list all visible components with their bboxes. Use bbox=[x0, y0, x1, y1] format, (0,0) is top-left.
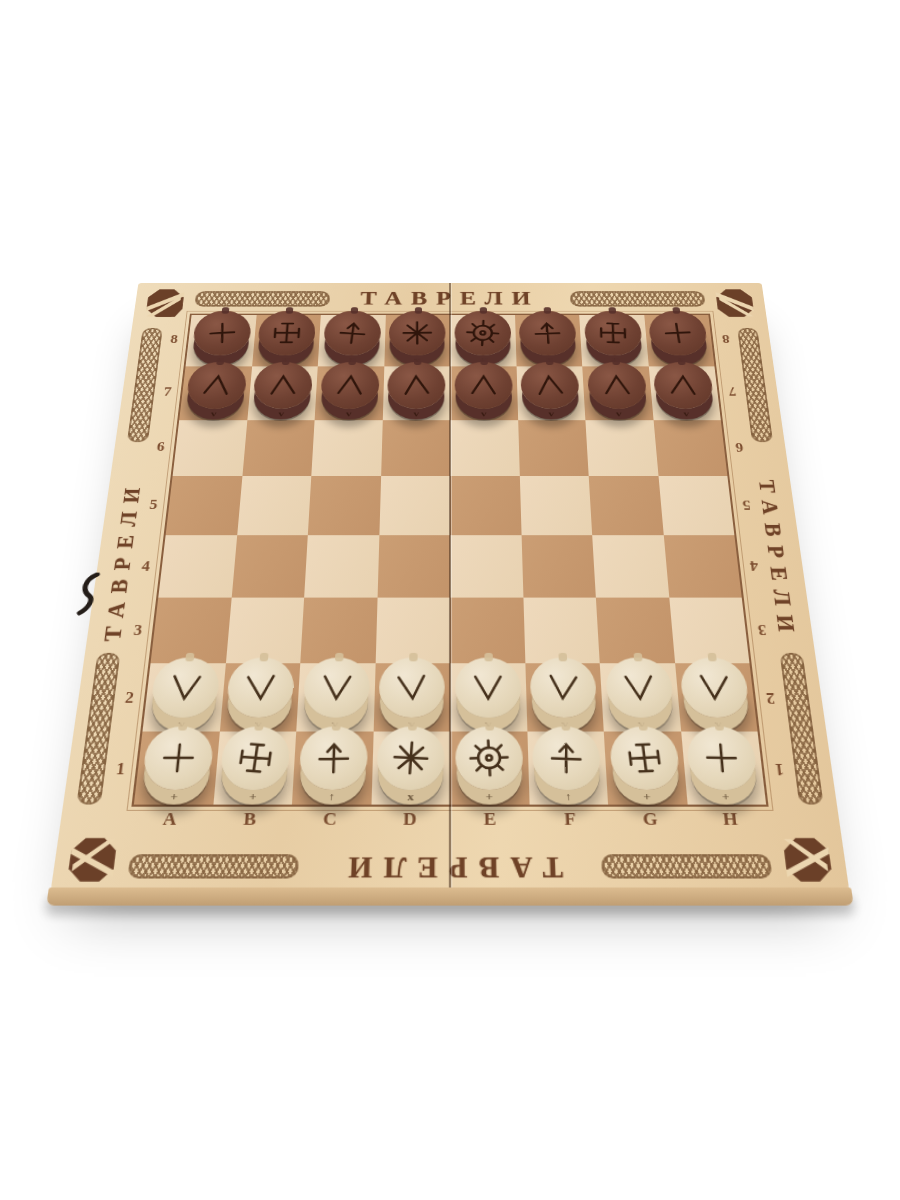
piece-light-chevron-c2[interactable]: v bbox=[302, 657, 370, 717]
file-label-H: H bbox=[689, 809, 772, 837]
square-h6[interactable] bbox=[653, 420, 727, 476]
corner-knot-icon bbox=[779, 835, 838, 886]
chevron-symbol-icon bbox=[314, 668, 358, 707]
side-engraving: x bbox=[407, 791, 414, 804]
eight-ray-star-symbol-icon bbox=[399, 319, 436, 348]
side-engraving: + bbox=[249, 791, 258, 804]
piece-light-chevron-d2[interactable]: v bbox=[379, 657, 445, 717]
piece-light-chevron-f2[interactable]: v bbox=[530, 657, 598, 717]
rank-label-1: 1 bbox=[105, 733, 136, 806]
piece-light-arrow-cross-c1[interactable]: ↑ bbox=[298, 726, 368, 789]
file-label-D: D bbox=[369, 809, 450, 837]
hinge-seam bbox=[449, 283, 451, 906]
cross-symbol-icon bbox=[698, 737, 746, 778]
tavreli-board[interactable]: ТАВРЕЛИ ТАВРЕЛИ ТАВРЕЛИ ТАВРЕЛИ 87654321… bbox=[51, 283, 849, 890]
square-d6[interactable] bbox=[381, 420, 450, 476]
file-label-B: B bbox=[208, 809, 290, 837]
arrow-cross-symbol-icon bbox=[544, 737, 589, 778]
cross-potent-symbol-icon bbox=[232, 737, 278, 778]
square-c5[interactable] bbox=[308, 476, 381, 535]
cross-symbol-icon bbox=[658, 319, 697, 348]
square-c7[interactable]: v bbox=[315, 366, 384, 420]
square-a4[interactable] bbox=[158, 535, 236, 597]
side-engraving: + bbox=[170, 791, 179, 804]
square-f4[interactable] bbox=[521, 535, 596, 597]
file-label-G: G bbox=[609, 809, 691, 837]
square-a6[interactable] bbox=[173, 420, 247, 476]
chevron-symbol-icon bbox=[263, 370, 303, 400]
piece-dark-chevron-h7[interactable]: v bbox=[652, 362, 715, 409]
piece-light-arrow-cross-f1[interactable]: ↑ bbox=[532, 726, 602, 789]
square-h5[interactable] bbox=[658, 476, 734, 535]
side-engraving: v bbox=[481, 410, 487, 420]
rank-label-8: 8 bbox=[714, 314, 739, 365]
side-engraving: v bbox=[683, 410, 690, 420]
square-d7[interactable]: v bbox=[382, 366, 450, 420]
piece-dark-arrow-cross-f8[interactable]: ↑ bbox=[519, 311, 577, 356]
file-label-F: F bbox=[530, 809, 611, 837]
ship-wheel-symbol-icon bbox=[464, 319, 501, 348]
rank-label-7: 7 bbox=[720, 365, 745, 419]
piece-dark-cross-h8[interactable]: + bbox=[648, 311, 709, 356]
piece-dark-chevron-c7[interactable]: v bbox=[320, 362, 380, 409]
piece-light-cross-potent-b1[interactable]: + bbox=[219, 726, 291, 789]
square-f6[interactable] bbox=[518, 420, 589, 476]
piece-dark-arrow-cross-c8[interactable]: ↑ bbox=[323, 311, 381, 356]
square-b1[interactable]: + bbox=[213, 732, 296, 805]
square-h4[interactable] bbox=[663, 535, 741, 597]
chevron-symbol-icon bbox=[663, 370, 703, 400]
ship-wheel-symbol-icon bbox=[467, 737, 511, 778]
square-b6[interactable] bbox=[242, 420, 315, 476]
piece-light-chevron-a2[interactable]: v bbox=[149, 657, 221, 717]
square-b7[interactable]: v bbox=[247, 366, 318, 420]
square-a7[interactable]: v bbox=[179, 366, 251, 420]
side-engraving: ↑ bbox=[565, 791, 572, 804]
piece-light-cross-a1[interactable]: + bbox=[141, 726, 215, 789]
square-g6[interactable] bbox=[585, 420, 658, 476]
square-g5[interactable] bbox=[589, 476, 664, 535]
square-d1[interactable]: x bbox=[371, 732, 450, 805]
arrow-cross-symbol-icon bbox=[311, 737, 356, 778]
photo-background: ТАВРЕЛИ ТАВРЕЛИ ТАВРЕЛИ ТАВРЕЛИ 87654321… bbox=[0, 0, 900, 1200]
piece-dark-chevron-b7[interactable]: v bbox=[252, 362, 313, 409]
square-f1[interactable]: ↑ bbox=[527, 732, 608, 805]
chevron-symbol-icon bbox=[467, 668, 510, 707]
rank-label-7: 7 bbox=[155, 365, 180, 419]
chevron-symbol-icon bbox=[196, 370, 236, 400]
square-g1[interactable]: + bbox=[604, 732, 687, 805]
piece-dark-cross-a8[interactable]: + bbox=[191, 311, 252, 356]
square-e5[interactable] bbox=[450, 476, 521, 535]
chevron-symbol-icon bbox=[465, 370, 503, 400]
cross-symbol-icon bbox=[202, 319, 241, 348]
square-g4[interactable] bbox=[592, 535, 669, 597]
piece-dark-chevron-a7[interactable]: v bbox=[185, 362, 248, 409]
side-engraving: + bbox=[643, 791, 652, 804]
piece-light-chevron-h2[interactable]: v bbox=[679, 657, 751, 717]
piece-dark-eight-ray-star-d8[interactable]: x bbox=[389, 311, 446, 356]
side-engraving: v bbox=[616, 410, 622, 420]
arrow-cross-symbol-icon bbox=[333, 319, 371, 348]
chevron-symbol-icon bbox=[238, 668, 283, 707]
square-b4[interactable] bbox=[231, 535, 308, 597]
chevron-symbol-icon bbox=[542, 668, 586, 707]
square-g7[interactable]: v bbox=[582, 366, 653, 420]
side-engraving: v bbox=[278, 410, 284, 420]
square-h1[interactable]: + bbox=[681, 732, 766, 805]
knotwork-band-icon bbox=[601, 854, 773, 878]
square-f5[interactable] bbox=[519, 476, 592, 535]
square-c4[interactable] bbox=[304, 535, 379, 597]
piece-light-cross-h1[interactable]: + bbox=[685, 726, 759, 789]
piece-light-chevron-b2[interactable]: v bbox=[226, 657, 296, 717]
piece-light-ship-wheel-e1[interactable]: + bbox=[455, 726, 523, 789]
chevron-symbol-icon bbox=[597, 370, 637, 400]
chevron-symbol-icon bbox=[398, 370, 436, 400]
chevron-symbol-icon bbox=[692, 668, 738, 707]
piece-dark-chevron-e7[interactable]: v bbox=[454, 362, 513, 409]
square-c6[interactable] bbox=[311, 420, 382, 476]
cross-potent-symbol-icon bbox=[594, 319, 633, 348]
arrow-cross-symbol-icon bbox=[529, 319, 567, 348]
side-engraving: v bbox=[346, 410, 352, 420]
cross-symbol-icon bbox=[154, 737, 202, 778]
square-a1[interactable]: + bbox=[134, 732, 219, 805]
piece-light-cross-potent-g1[interactable]: + bbox=[609, 726, 681, 789]
file-label-E: E bbox=[450, 809, 531, 837]
square-d4[interactable] bbox=[377, 535, 450, 597]
square-d5[interactable] bbox=[379, 476, 450, 535]
side-engraving: + bbox=[721, 791, 730, 804]
side-engraving: v bbox=[210, 410, 217, 420]
knotwork-band-icon bbox=[194, 291, 330, 306]
rank-label-8: 8 bbox=[162, 314, 187, 365]
knotwork-band-icon bbox=[570, 291, 706, 306]
chevron-symbol-icon bbox=[617, 668, 662, 707]
piece-light-chevron-g2[interactable]: v bbox=[604, 657, 674, 717]
square-b5[interactable] bbox=[237, 476, 312, 535]
piece-light-chevron-e2[interactable]: v bbox=[455, 657, 521, 717]
side-engraving: v bbox=[548, 410, 554, 420]
piece-dark-ship-wheel-e8[interactable]: + bbox=[454, 311, 511, 356]
cross-potent-symbol-icon bbox=[621, 737, 667, 778]
chevron-symbol-icon bbox=[331, 370, 370, 400]
chevron-symbol-icon bbox=[391, 668, 434, 707]
piece-dark-cross-potent-g8[interactable]: + bbox=[583, 311, 643, 356]
square-e4[interactable] bbox=[450, 535, 523, 597]
piece-light-eight-ray-star-d1[interactable]: x bbox=[377, 726, 445, 789]
chevron-symbol-icon bbox=[162, 668, 208, 707]
side-engraving: v bbox=[413, 410, 419, 420]
eight-ray-star-symbol-icon bbox=[389, 737, 433, 778]
side-engraving: + bbox=[486, 791, 494, 804]
square-e7[interactable]: v bbox=[450, 366, 518, 420]
square-f7[interactable]: v bbox=[516, 366, 585, 420]
square-e1[interactable]: + bbox=[450, 732, 529, 805]
chevron-symbol-icon bbox=[531, 370, 570, 400]
cross-potent-symbol-icon bbox=[268, 319, 307, 348]
knotwork-band-icon bbox=[127, 854, 299, 878]
piece-dark-chevron-d7[interactable]: v bbox=[387, 362, 446, 409]
file-label-C: C bbox=[289, 809, 370, 837]
corner-knot-icon bbox=[63, 835, 122, 886]
square-e6[interactable] bbox=[450, 420, 519, 476]
square-a5[interactable] bbox=[166, 476, 242, 535]
file-label-A: A bbox=[128, 809, 211, 837]
square-c1[interactable]: ↑ bbox=[292, 732, 373, 805]
square-h7[interactable]: v bbox=[648, 366, 720, 420]
side-engraving: ↑ bbox=[328, 791, 335, 804]
piece-dark-cross-potent-b8[interactable]: + bbox=[257, 311, 317, 356]
piece-dark-chevron-g7[interactable]: v bbox=[586, 362, 647, 409]
piece-dark-chevron-f7[interactable]: v bbox=[520, 362, 580, 409]
